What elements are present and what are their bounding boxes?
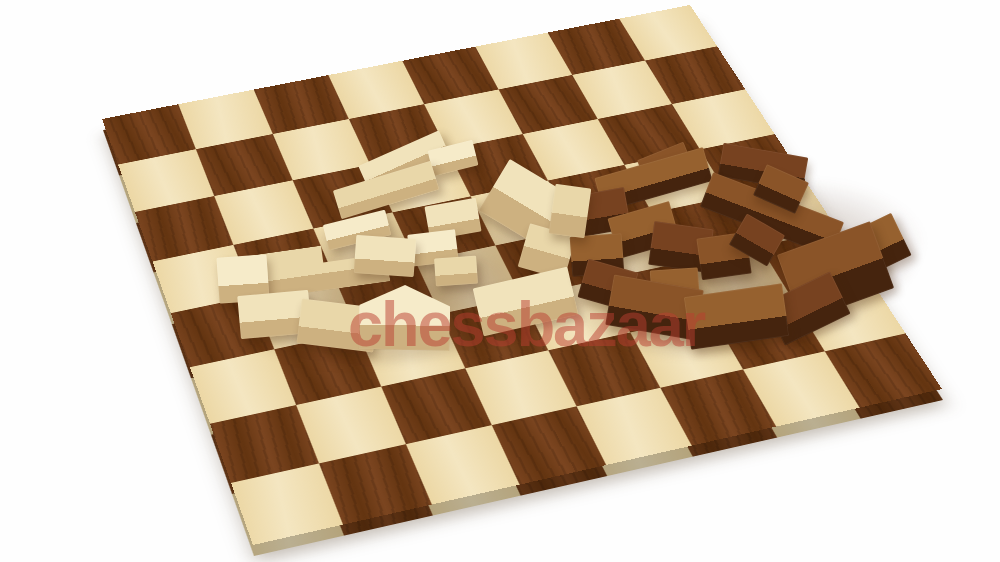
chessboard-product-photo: chessbazaar xyxy=(0,0,1000,562)
light-wood-block xyxy=(354,235,417,277)
light-wood-block xyxy=(434,256,478,287)
light-wood-block xyxy=(549,184,592,239)
piece-blocks xyxy=(0,0,1000,562)
